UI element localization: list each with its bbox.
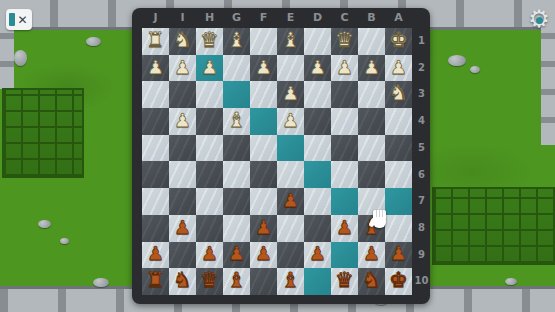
file-label-D: D (304, 11, 331, 24)
square-I10[interactable]: ♞ (169, 268, 196, 295)
square-J6[interactable] (142, 161, 169, 188)
hedge-grid-left (2, 88, 84, 178)
brown-pawn-G9[interactable]: ♟ (228, 244, 245, 263)
square-D4[interactable] (304, 108, 331, 135)
rank-label-5: 5 (413, 142, 430, 153)
square-H3[interactable] (196, 81, 223, 108)
cream-pawn-I4[interactable]: ♟ (174, 111, 191, 130)
rank-label-7: 7 (413, 195, 430, 206)
square-C2[interactable]: ♟ (331, 55, 358, 82)
square-G10[interactable]: ♝ (223, 268, 250, 295)
file-label-I: I (169, 11, 196, 24)
square-H5[interactable] (196, 135, 223, 162)
square-J9[interactable]: ♟ (142, 242, 169, 269)
square-C5[interactable] (331, 135, 358, 162)
rank-label-8: 8 (413, 222, 430, 233)
square-J10[interactable]: ♜ (142, 268, 169, 295)
file-label-A: A (385, 11, 412, 24)
cream-pawn-J2[interactable]: ♟ (147, 58, 164, 77)
square-A1[interactable]: ♚ (385, 28, 412, 55)
square-D10[interactable] (304, 268, 331, 295)
square-J8[interactable] (142, 215, 169, 242)
square-G9[interactable]: ♟ (223, 242, 250, 269)
square-C9[interactable] (331, 242, 358, 269)
square-A9[interactable]: ♟ (385, 242, 412, 269)
square-J5[interactable] (142, 135, 169, 162)
pebble (60, 238, 69, 244)
cream-pawn-A2[interactable]: ♟ (390, 58, 407, 77)
square-J4[interactable] (142, 108, 169, 135)
square-D3[interactable] (304, 81, 331, 108)
square-F6[interactable] (250, 161, 277, 188)
brown-bishop-G10[interactable]: ♝ (227, 270, 246, 291)
brown-knight-I10[interactable]: ♞ (173, 270, 192, 291)
square-H7[interactable] (196, 188, 223, 215)
square-G2[interactable] (223, 55, 250, 82)
square-B6[interactable] (358, 161, 385, 188)
cream-pawn-I2[interactable]: ♟ (174, 58, 191, 77)
brown-pawn-D9[interactable]: ♟ (309, 244, 326, 263)
square-B9[interactable]: ♟ (358, 242, 385, 269)
square-D1[interactable] (304, 28, 331, 55)
square-I3[interactable] (169, 81, 196, 108)
square-H1[interactable]: ♛ (196, 28, 223, 55)
cream-pawn-C2[interactable]: ♟ (336, 58, 353, 77)
square-H9[interactable]: ♟ (196, 242, 223, 269)
cream-pawn-F2[interactable]: ♟ (255, 58, 272, 77)
chess-board[interactable]: ♜♞♛♝♝♛♚♟♟♟♟♟♟♟♟♟♞♟♝♟♟♟♟♟♝♟♟♟♟♟♟♟♜♞♛♝♝♛♞♚ (142, 28, 412, 295)
brown-pawn-E7[interactable]: ♟ (282, 191, 299, 210)
stone-wall-left (0, 27, 14, 89)
cream-knight-A3[interactable]: ♞ (389, 83, 408, 104)
square-A8[interactable] (385, 215, 412, 242)
square-A2[interactable]: ♟ (385, 55, 412, 82)
rank-label-4: 4 (413, 115, 430, 126)
cream-pawn-D2[interactable]: ♟ (309, 58, 326, 77)
pebble (470, 66, 480, 73)
brown-pawn-J9[interactable]: ♟ (147, 244, 164, 263)
square-I9[interactable] (169, 242, 196, 269)
rank-labels: 12345678910 (413, 28, 430, 295)
brown-queen-H10[interactable]: ♛ (200, 270, 219, 291)
brown-pawn-H9[interactable]: ♟ (201, 244, 218, 263)
square-B5[interactable] (358, 135, 385, 162)
brown-pawn-I8[interactable]: ♟ (174, 218, 191, 237)
square-F4[interactable] (250, 108, 277, 135)
square-J7[interactable] (142, 188, 169, 215)
square-J2[interactable]: ♟ (142, 55, 169, 82)
square-I4[interactable]: ♟ (169, 108, 196, 135)
square-G8[interactable] (223, 215, 250, 242)
square-C8[interactable]: ♟ (331, 215, 358, 242)
square-A7[interactable] (385, 188, 412, 215)
file-label-F: F (250, 11, 277, 24)
rank-label-2: 2 (413, 62, 430, 73)
file-label-G: G (223, 11, 250, 24)
exit-button[interactable]: ✕ (6, 9, 32, 30)
square-H4[interactable] (196, 108, 223, 135)
pebble (505, 278, 517, 285)
rank-label-1: 1 (413, 35, 430, 46)
brown-pawn-F9[interactable]: ♟ (255, 244, 272, 263)
square-B2[interactable]: ♟ (358, 55, 385, 82)
brown-rook-J10[interactable]: ♜ (146, 270, 165, 291)
square-D6[interactable] (304, 161, 331, 188)
square-F5[interactable] (250, 135, 277, 162)
square-C3[interactable] (331, 81, 358, 108)
square-H2[interactable]: ♟ (196, 55, 223, 82)
square-C1[interactable]: ♛ (331, 28, 358, 55)
square-B10[interactable]: ♞ (358, 268, 385, 295)
brown-knight-B10[interactable]: ♞ (362, 270, 381, 291)
gear-hub-icon (536, 17, 543, 24)
square-F10[interactable] (250, 268, 277, 295)
square-E1[interactable]: ♝ (277, 28, 304, 55)
hedge-grid-right (432, 187, 555, 265)
square-E10[interactable]: ♝ (277, 268, 304, 295)
pebble (86, 37, 101, 46)
square-E6[interactable] (277, 161, 304, 188)
square-H10[interactable]: ♛ (196, 268, 223, 295)
cream-pawn-E4[interactable]: ♟ (282, 111, 299, 130)
square-I7[interactable] (169, 188, 196, 215)
settings-button[interactable]: ⚙ (525, 5, 553, 33)
rank-label-6: 6 (413, 169, 430, 180)
square-A4[interactable] (385, 108, 412, 135)
square-D9[interactable]: ♟ (304, 242, 331, 269)
exit-door-icon (9, 13, 15, 26)
stone-wall-right (541, 27, 555, 145)
cream-queen-H1[interactable]: ♛ (200, 30, 219, 51)
cream-knight-I1[interactable]: ♞ (173, 30, 192, 51)
pebble (38, 220, 51, 228)
square-C4[interactable] (331, 108, 358, 135)
rank-label-10: 10 (413, 275, 430, 286)
cream-bishop-G1[interactable]: ♝ (227, 30, 246, 51)
square-D2[interactable]: ♟ (304, 55, 331, 82)
cream-bishop-E1[interactable]: ♝ (281, 30, 300, 51)
cream-pawn-H2[interactable]: ♟ (201, 58, 218, 77)
square-J3[interactable] (142, 81, 169, 108)
square-E2[interactable] (277, 55, 304, 82)
square-F9[interactable]: ♟ (250, 242, 277, 269)
square-I8[interactable]: ♟ (169, 215, 196, 242)
close-icon: ✕ (17, 14, 27, 26)
square-F1[interactable] (250, 28, 277, 55)
square-A3[interactable]: ♞ (385, 81, 412, 108)
square-E4[interactable]: ♟ (277, 108, 304, 135)
square-E3[interactable]: ♟ (277, 81, 304, 108)
square-C7[interactable] (331, 188, 358, 215)
square-H8[interactable] (196, 215, 223, 242)
square-D7[interactable] (304, 188, 331, 215)
square-J1[interactable]: ♜ (142, 28, 169, 55)
cream-queen-C1[interactable]: ♛ (335, 30, 354, 51)
file-labels: JIHGFEDCBA (142, 8, 412, 28)
cream-pawn-E3[interactable]: ♟ (282, 84, 299, 103)
square-A5[interactable] (385, 135, 412, 162)
square-I1[interactable]: ♞ (169, 28, 196, 55)
square-A10[interactable]: ♚ (385, 268, 412, 295)
square-E9[interactable] (277, 242, 304, 269)
square-I5[interactable] (169, 135, 196, 162)
cream-bishop-G4[interactable]: ♝ (227, 110, 246, 131)
square-G7[interactable] (223, 188, 250, 215)
file-label-C: C (331, 11, 358, 24)
square-F8[interactable]: ♟ (250, 215, 277, 242)
file-label-J: J (142, 11, 169, 24)
chess-board-frame: JIHGFEDCBA 12345678910 ♜♞♛♝♝♛♚♟♟♟♟♟♟♟♟♟♞… (132, 8, 430, 304)
rank-label-9: 9 (413, 249, 430, 260)
square-B3[interactable] (358, 81, 385, 108)
brown-pawn-F8[interactable]: ♟ (255, 218, 272, 237)
hand-cursor-icon (371, 210, 388, 230)
pebble (14, 50, 27, 66)
pebble (448, 55, 466, 66)
game-stage: ✕ ⚙ JIHGFEDCBA 12345678910 ♜♞♛♝♝♛♚♟♟♟♟♟♟… (0, 0, 555, 312)
square-H6[interactable] (196, 161, 223, 188)
square-E8[interactable] (277, 215, 304, 242)
brown-pawn-A9[interactable]: ♟ (390, 244, 407, 263)
cream-king-A1[interactable]: ♚ (389, 30, 408, 51)
cream-pawn-B2[interactable]: ♟ (363, 58, 380, 77)
square-G3[interactable] (223, 81, 250, 108)
square-F2[interactable]: ♟ (250, 55, 277, 82)
pebble (93, 278, 109, 287)
square-G1[interactable]: ♝ (223, 28, 250, 55)
square-B4[interactable] (358, 108, 385, 135)
square-I6[interactable] (169, 161, 196, 188)
square-A6[interactable] (385, 161, 412, 188)
square-D5[interactable] (304, 135, 331, 162)
square-D8[interactable] (304, 215, 331, 242)
square-G4[interactable]: ♝ (223, 108, 250, 135)
square-E7[interactable]: ♟ (277, 188, 304, 215)
square-F7[interactable] (250, 188, 277, 215)
square-I2[interactable]: ♟ (169, 55, 196, 82)
brown-pawn-B9[interactable]: ♟ (363, 244, 380, 263)
rank-label-3: 3 (413, 88, 430, 99)
cream-rook-J1[interactable]: ♜ (146, 30, 165, 51)
square-C6[interactable] (331, 161, 358, 188)
square-E5[interactable] (277, 135, 304, 162)
file-label-B: B (358, 11, 385, 24)
square-G6[interactable] (223, 161, 250, 188)
file-label-E: E (277, 11, 304, 24)
brown-queen-C10[interactable]: ♛ (335, 270, 354, 291)
brown-pawn-C8[interactable]: ♟ (336, 218, 353, 237)
brown-king-A10[interactable]: ♚ (389, 270, 408, 291)
square-G5[interactable] (223, 135, 250, 162)
file-label-H: H (196, 11, 223, 24)
square-F3[interactable] (250, 81, 277, 108)
brown-bishop-E10[interactable]: ♝ (281, 270, 300, 291)
square-B1[interactable] (358, 28, 385, 55)
square-C10[interactable]: ♛ (331, 268, 358, 295)
